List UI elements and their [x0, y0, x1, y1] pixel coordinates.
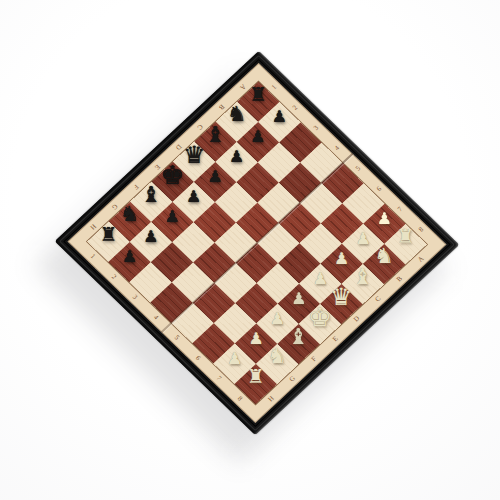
file-label-h: H — [256, 384, 287, 414]
rank-label-6: 6 — [364, 174, 395, 203]
file-label-g: G — [277, 364, 308, 394]
file-label-d: D — [341, 304, 372, 334]
board-surface: 12345678 12345678 ABCDEFGH ABCDEFGH ♜♟♟♜… — [68, 63, 447, 423]
board-frame: 12345678 12345678 ABCDEFGH ABCDEFGH ♜♟♟♜… — [55, 51, 459, 435]
file-label-a: A — [405, 244, 436, 274]
file-label-b: B — [384, 264, 415, 294]
rank-label-1: 1 — [258, 73, 289, 102]
rank-label-3: 3 — [300, 113, 331, 142]
rank-label-2: 2 — [279, 93, 310, 122]
file-label-f: F — [298, 344, 329, 374]
rank-label-8: 8 — [406, 215, 437, 244]
chess-board: 12345678 12345678 ABCDEFGH ABCDEFGH ♜♟♟♜… — [55, 51, 459, 435]
product-photo: 12345678 12345678 ABCDEFGH ABCDEFGH ♜♟♟♜… — [0, 0, 500, 500]
rank-label-7: 7 — [385, 195, 416, 224]
file-label-c: C — [363, 284, 394, 314]
file-label-e: E — [320, 324, 351, 354]
